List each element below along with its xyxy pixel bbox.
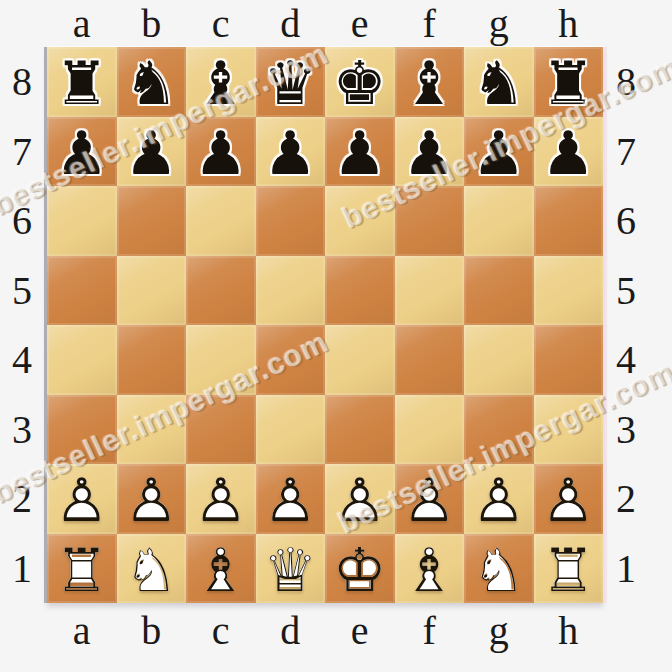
- piece-glyph: ♟: [186, 117, 256, 187]
- black-bishop: ♝: [186, 47, 256, 117]
- piece-glyph: ♚: [325, 47, 395, 117]
- rank-label-5: 5: [607, 256, 645, 326]
- square-e6: [325, 186, 395, 256]
- chess-diagram: abcdefgh 87654321 ♜♞♝♛♚♝♞♜♟♟♟♟♟♟♟♟♟♙♟♙♟♙…: [0, 0, 672, 672]
- piece-glyph: ♜: [47, 47, 117, 117]
- square-a1: ♜♖: [47, 534, 117, 604]
- file-label-g: g: [464, 604, 534, 656]
- square-f5: [395, 256, 465, 326]
- chess-board: ♜♞♝♛♚♝♞♜♟♟♟♟♟♟♟♟♟♙♟♙♟♙♟♙♟♙♟♙♟♙♟♙♜♖♞♘♝♗♛♕…: [47, 47, 603, 603]
- piece-outline-glyph: ♘: [464, 534, 534, 604]
- piece-outline-glyph: ♙: [186, 464, 256, 534]
- square-e1: ♚♔: [325, 534, 395, 604]
- black-pawn: ♟: [464, 117, 534, 187]
- piece-outline-glyph: ♙: [47, 464, 117, 534]
- piece-glyph: ♟: [325, 117, 395, 187]
- piece-outline-glyph: ♙: [534, 464, 604, 534]
- file-label-f: f: [395, 604, 465, 656]
- black-pawn: ♟: [117, 117, 187, 187]
- file-label-b: b: [117, 604, 187, 656]
- piece-glyph: ♜: [534, 47, 604, 117]
- rank-label-5: 5: [0, 256, 44, 326]
- black-pawn: ♟: [256, 117, 326, 187]
- rank-label-6: 6: [607, 186, 645, 256]
- square-h4: [534, 325, 604, 395]
- rank-label-6: 6: [0, 186, 44, 256]
- rank-label-3: 3: [0, 395, 44, 465]
- rank-label-2: 2: [0, 464, 44, 534]
- square-f2: ♟♙: [395, 464, 465, 534]
- square-c1: ♝♗: [186, 534, 256, 604]
- piece-glyph: ♞: [464, 47, 534, 117]
- file-label-d: d: [256, 604, 326, 656]
- square-d5: [256, 256, 326, 326]
- square-d6: [256, 186, 326, 256]
- square-a5: [47, 256, 117, 326]
- piece-glyph: ♛: [256, 47, 326, 117]
- square-h1: ♜♖: [534, 534, 604, 604]
- square-c2: ♟♙: [186, 464, 256, 534]
- square-d1: ♛♕: [256, 534, 326, 604]
- file-label-f: f: [395, 0, 465, 47]
- square-f6: [395, 186, 465, 256]
- rank-label-7: 7: [0, 117, 44, 187]
- white-pawn: ♟♙: [47, 464, 117, 534]
- rank-label-7: 7: [607, 117, 645, 187]
- piece-outline-glyph: ♗: [395, 534, 465, 604]
- square-b7: ♟: [117, 117, 187, 187]
- file-label-a: a: [47, 0, 117, 47]
- black-king: ♚: [325, 47, 395, 117]
- white-pawn: ♟♙: [395, 464, 465, 534]
- square-c7: ♟: [186, 117, 256, 187]
- piece-glyph: ♟: [117, 117, 187, 187]
- piece-glyph: ♟: [47, 117, 117, 187]
- piece-outline-glyph: ♕: [256, 534, 326, 604]
- piece-outline-glyph: ♘: [117, 534, 187, 604]
- white-bishop: ♝♗: [395, 534, 465, 604]
- piece-outline-glyph: ♙: [256, 464, 326, 534]
- white-bishop: ♝♗: [186, 534, 256, 604]
- square-c3: [186, 395, 256, 465]
- square-c8: ♝: [186, 47, 256, 117]
- square-g5: [464, 256, 534, 326]
- square-f7: ♟: [395, 117, 465, 187]
- rank-label-4: 4: [0, 325, 44, 395]
- rank-label-1: 1: [607, 534, 645, 604]
- square-g2: ♟♙: [464, 464, 534, 534]
- file-label-h: h: [534, 604, 604, 656]
- piece-outline-glyph: ♖: [534, 534, 604, 604]
- piece-glyph: ♟: [395, 117, 465, 187]
- square-e4: [325, 325, 395, 395]
- piece-glyph: ♟: [256, 117, 326, 187]
- white-knight: ♞♘: [117, 534, 187, 604]
- black-bishop: ♝: [395, 47, 465, 117]
- square-g1: ♞♘: [464, 534, 534, 604]
- piece-outline-glyph: ♙: [395, 464, 465, 534]
- piece-outline-glyph: ♙: [117, 464, 187, 534]
- square-a4: [47, 325, 117, 395]
- black-pawn: ♟: [395, 117, 465, 187]
- rank-label-8: 8: [0, 47, 44, 117]
- piece-glyph: ♟: [464, 117, 534, 187]
- square-b1: ♞♘: [117, 534, 187, 604]
- piece-glyph: ♝: [186, 47, 256, 117]
- square-b4: [117, 325, 187, 395]
- piece-outline-glyph: ♔: [325, 534, 395, 604]
- square-g7: ♟: [464, 117, 534, 187]
- piece-outline-glyph: ♙: [464, 464, 534, 534]
- square-d7: ♟: [256, 117, 326, 187]
- square-g8: ♞: [464, 47, 534, 117]
- square-g4: [464, 325, 534, 395]
- square-a6: [47, 186, 117, 256]
- square-a3: [47, 395, 117, 465]
- square-h8: ♜: [534, 47, 604, 117]
- square-f3: [395, 395, 465, 465]
- white-pawn: ♟♙: [464, 464, 534, 534]
- square-a7: ♟: [47, 117, 117, 187]
- file-label-e: e: [325, 0, 395, 47]
- file-label-b: b: [117, 0, 187, 47]
- square-f4: [395, 325, 465, 395]
- black-knight: ♞: [464, 47, 534, 117]
- square-b2: ♟♙: [117, 464, 187, 534]
- piece-outline-glyph: ♖: [47, 534, 117, 604]
- file-label-c: c: [186, 604, 256, 656]
- black-pawn: ♟: [186, 117, 256, 187]
- square-b3: [117, 395, 187, 465]
- square-c4: [186, 325, 256, 395]
- file-label-g: g: [464, 0, 534, 47]
- black-pawn: ♟: [47, 117, 117, 187]
- square-h2: ♟♙: [534, 464, 604, 534]
- piece-glyph: ♞: [117, 47, 187, 117]
- white-rook: ♜♖: [47, 534, 117, 604]
- white-pawn: ♟♙: [534, 464, 604, 534]
- square-d8: ♛: [256, 47, 326, 117]
- white-rook: ♜♖: [534, 534, 604, 604]
- square-c6: [186, 186, 256, 256]
- rank-label-3: 3: [607, 395, 645, 465]
- rank-label-8: 8: [607, 47, 645, 117]
- black-queen: ♛: [256, 47, 326, 117]
- square-h3: [534, 395, 604, 465]
- piece-outline-glyph: ♙: [325, 464, 395, 534]
- square-h7: ♟: [534, 117, 604, 187]
- square-e5: [325, 256, 395, 326]
- piece-outline-glyph: ♗: [186, 534, 256, 604]
- piece-glyph: ♝: [395, 47, 465, 117]
- rank-labels-right: 87654321: [607, 47, 645, 603]
- file-labels-bottom: abcdefgh: [47, 604, 603, 656]
- white-king: ♚♔: [325, 534, 395, 604]
- white-queen: ♛♕: [256, 534, 326, 604]
- square-b8: ♞: [117, 47, 187, 117]
- file-label-h: h: [534, 0, 604, 47]
- square-h6: [534, 186, 604, 256]
- rank-label-4: 4: [607, 325, 645, 395]
- square-b5: [117, 256, 187, 326]
- file-label-a: a: [47, 604, 117, 656]
- white-pawn: ♟♙: [117, 464, 187, 534]
- black-rook: ♜: [534, 47, 604, 117]
- black-pawn: ♟: [325, 117, 395, 187]
- square-d3: [256, 395, 326, 465]
- square-f8: ♝: [395, 47, 465, 117]
- square-c5: [186, 256, 256, 326]
- square-e7: ♟: [325, 117, 395, 187]
- square-f1: ♝♗: [395, 534, 465, 604]
- square-b6: [117, 186, 187, 256]
- rank-labels-left: 87654321: [0, 47, 44, 603]
- white-pawn: ♟♙: [186, 464, 256, 534]
- black-pawn: ♟: [534, 117, 604, 187]
- white-pawn: ♟♙: [256, 464, 326, 534]
- square-a2: ♟♙: [47, 464, 117, 534]
- file-label-c: c: [186, 0, 256, 47]
- square-g3: [464, 395, 534, 465]
- file-label-e: e: [325, 604, 395, 656]
- rank-label-1: 1: [0, 534, 44, 604]
- square-e2: ♟♙: [325, 464, 395, 534]
- file-labels-top: abcdefgh: [47, 0, 603, 46]
- rank-label-2: 2: [607, 464, 645, 534]
- square-g6: [464, 186, 534, 256]
- square-d4: [256, 325, 326, 395]
- white-pawn: ♟♙: [325, 464, 395, 534]
- square-e8: ♚: [325, 47, 395, 117]
- square-e3: [325, 395, 395, 465]
- white-knight: ♞♘: [464, 534, 534, 604]
- piece-glyph: ♟: [534, 117, 604, 187]
- square-d2: ♟♙: [256, 464, 326, 534]
- file-label-d: d: [256, 0, 326, 47]
- square-h5: [534, 256, 604, 326]
- black-knight: ♞: [117, 47, 187, 117]
- black-rook: ♜: [47, 47, 117, 117]
- square-a8: ♜: [47, 47, 117, 117]
